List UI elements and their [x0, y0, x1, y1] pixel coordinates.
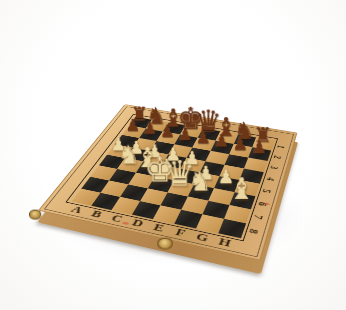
product-photo: ♜♞♝♚♛♝♞♜♟♟♟♟♟♟♟♟♟♟♟♟♟♞♝♟♟♟♚♛♞♝ ABCDEFGH …: [0, 0, 346, 310]
rank-label-6: 6: [256, 201, 270, 207]
file-label-b: B: [89, 208, 105, 221]
file-label-g: G: [194, 230, 211, 245]
chess-box: ♜♞♝♚♛♝♞♜♟♟♟♟♟♟♟♟♟♟♟♟♟♞♝♟♟♟♚♛♞♝ ABCDEFGH …: [38, 104, 297, 260]
file-label-h: H: [217, 235, 233, 250]
file-label-d: D: [129, 216, 146, 230]
rank-label-2: 2: [272, 155, 285, 160]
board-frame: ♜♞♝♚♛♝♞♜♟♟♟♟♟♟♟♟♟♟♟♟♟♞♝♟♟♟♚♛♞♝ ABCDEFGH …: [38, 104, 297, 260]
file-label-f: F: [173, 226, 187, 240]
dark-knight-b1: ♞: [146, 105, 166, 128]
file-label-c: C: [109, 212, 126, 225]
rank-label-3: 3: [268, 165, 281, 170]
square-f7: [181, 197, 208, 215]
dark-bishop-c1: ♝: [162, 106, 184, 131]
dark-rook-a1: ♜: [130, 105, 148, 125]
square-g4: [219, 165, 243, 180]
left-hinge-clasp: [29, 210, 41, 220]
file-label-a: A: [68, 203, 85, 216]
file-label-e: E: [151, 221, 167, 235]
square-d4: ♟: [162, 154, 187, 168]
dark-knight-g1: ♞: [234, 119, 255, 142]
rank-label-1: 1: [275, 145, 287, 150]
board-scene: ♜♞♝♚♛♝♞♜♟♟♟♟♟♟♟♟♟♟♟♟♟♞♝♟♟♟♚♛♞♝ ABCDEFGH …: [0, 0, 346, 310]
square-h3: [244, 158, 268, 173]
rank-label-7: 7: [252, 214, 267, 221]
rank-label-5: 5: [260, 188, 274, 194]
dark-rook-h1: ♜: [253, 125, 272, 146]
rank-label-8: 8: [247, 228, 262, 235]
rank-label-4: 4: [264, 176, 277, 182]
dark-bishop-f1: ♝: [215, 115, 238, 140]
square-g3: [225, 154, 249, 168]
